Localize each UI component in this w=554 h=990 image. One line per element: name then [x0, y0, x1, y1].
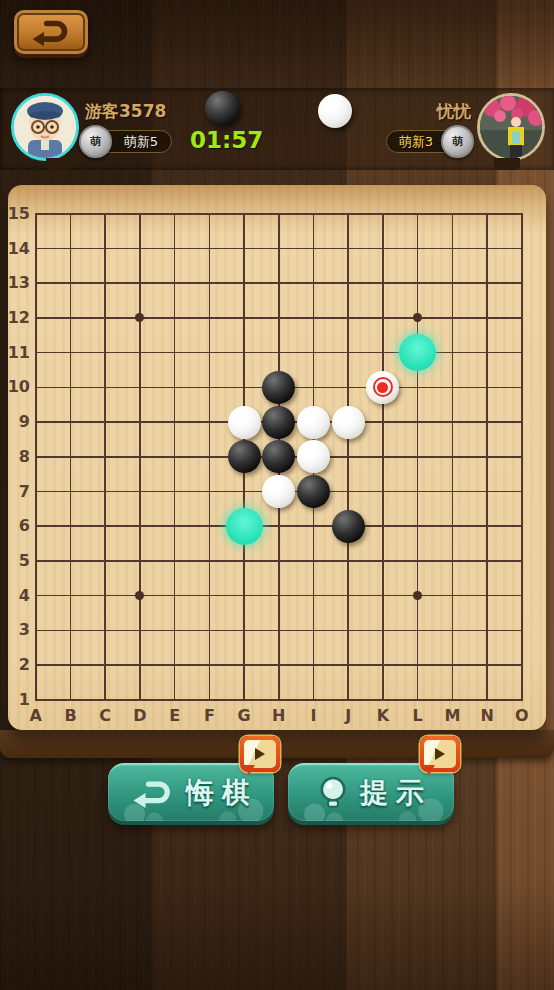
- right-avatar-photo: [480, 96, 542, 158]
- row-label-13: 13: [2, 273, 30, 292]
- right-player-name: 忧忧: [437, 100, 471, 123]
- game-screen: 游客3578 萌新5 萌 01:57 忧忧 萌新3 萌: [0, 0, 554, 990]
- col-label-H: H: [267, 706, 291, 725]
- hint-ad-badge-face: [424, 740, 456, 768]
- hint-video-ad-badge[interactable]: [420, 736, 460, 772]
- board-clip-left: [46, 158, 72, 170]
- col-label-N: N: [475, 706, 499, 725]
- col-label-I: I: [302, 706, 326, 725]
- left-player-name: 游客3578: [85, 100, 166, 123]
- white-stone-indicator: [318, 94, 352, 128]
- left-player-avatar[interactable]: [11, 93, 79, 161]
- col-label-E: E: [163, 706, 187, 725]
- lightbulb-icon: [318, 775, 348, 811]
- board-clip-right: [494, 158, 520, 170]
- row-label-8: 8: [2, 447, 30, 466]
- stone-white: [297, 406, 330, 439]
- hint-button-label: 提示: [360, 774, 432, 812]
- back-button[interactable]: [14, 10, 88, 54]
- col-label-M: M: [440, 706, 464, 725]
- col-label-C: C: [93, 706, 117, 725]
- row-label-5: 5: [2, 551, 30, 570]
- right-player-coin-icon: 萌: [441, 125, 474, 158]
- row-label-15: 15: [2, 204, 30, 223]
- turn-timer: 01:57: [190, 127, 256, 153]
- undo-arrow-icon: [132, 775, 174, 811]
- stone-black: [332, 510, 365, 543]
- undo-video-ad-badge[interactable]: [240, 736, 280, 772]
- row-label-7: 7: [2, 482, 30, 501]
- col-label-G: G: [232, 706, 256, 725]
- row-label-10: 10: [2, 377, 30, 396]
- stone-black: [228, 440, 261, 473]
- col-label-A: A: [24, 706, 48, 725]
- stone-black: [262, 371, 295, 404]
- hint-highlight[interactable]: [226, 508, 263, 545]
- row-label-4: 4: [2, 586, 30, 605]
- row-label-14: 14: [2, 239, 30, 258]
- left-player-coin-icon: 萌: [79, 125, 112, 158]
- stone-black: [262, 406, 295, 439]
- col-label-B: B: [59, 706, 83, 725]
- back-button-face: [17, 13, 85, 51]
- black-stone-indicator: [205, 91, 240, 126]
- hint-ad-badge-tail: [423, 765, 435, 781]
- stone-black: [297, 475, 330, 508]
- play-icon: [255, 748, 271, 760]
- col-label-O: O: [510, 706, 534, 725]
- row-label-6: 6: [2, 516, 30, 535]
- stone-white: [332, 406, 365, 439]
- row-label-3: 3: [2, 620, 30, 639]
- row-label-9: 9: [2, 412, 30, 431]
- col-label-J: J: [336, 706, 360, 725]
- undo-ad-badge-face: [244, 740, 276, 768]
- row-label-12: 12: [2, 308, 30, 327]
- col-label-F: F: [197, 706, 221, 725]
- undo-ad-badge-tail: [243, 765, 255, 781]
- right-player-avatar[interactable]: [477, 93, 545, 161]
- back-arrow-icon: [29, 15, 73, 49]
- col-label-L: L: [406, 706, 430, 725]
- row-label-2: 2: [2, 655, 30, 674]
- col-label-D: D: [128, 706, 152, 725]
- play-icon: [435, 748, 451, 760]
- left-avatar-illustration: [14, 96, 76, 158]
- row-label-11: 11: [2, 343, 30, 362]
- col-label-K: K: [371, 706, 395, 725]
- stone-white: [228, 406, 261, 439]
